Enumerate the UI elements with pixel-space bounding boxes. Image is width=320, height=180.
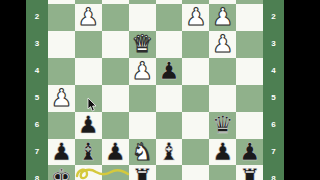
square-g8[interactable] <box>75 165 102 180</box>
rank-label-left-3: 3 <box>26 39 48 49</box>
square-b6[interactable]: ♛ <box>209 112 236 139</box>
piece-white-pawn-g2[interactable]: ♟ <box>78 4 100 31</box>
square-b5[interactable] <box>209 85 236 112</box>
square-b2[interactable]: ♟ <box>209 4 236 31</box>
piece-white-queen-e3[interactable]: ♛ <box>131 31 153 58</box>
square-e6[interactable] <box>129 112 156 139</box>
square-d6[interactable] <box>156 112 183 139</box>
rank-label-right-6: 6 <box>263 120 284 130</box>
square-c4[interactable] <box>182 58 209 85</box>
square-e8[interactable]: ♜ <box>129 165 156 180</box>
rank-label-right-3: 3 <box>263 39 284 49</box>
piece-black-pawn-f7[interactable]: ♟ <box>104 139 126 166</box>
square-h6[interactable] <box>48 112 75 139</box>
square-d5[interactable] <box>156 85 183 112</box>
square-f6[interactable] <box>102 112 129 139</box>
square-g6[interactable]: ♟ <box>75 112 102 139</box>
piece-black-bishop-g7[interactable]: ♝ <box>78 139 100 166</box>
rank-label-left-5: 5 <box>26 93 48 103</box>
rank-label-right-4: 4 <box>263 66 284 76</box>
square-d3[interactable] <box>156 31 183 58</box>
rank-label-right-8: 8 <box>263 174 284 180</box>
square-e3[interactable]: ♛ <box>129 31 156 58</box>
video-frame: 2345678 2345678 ♜♜♚♟♟♟♛♟♟♟♟♟♛♟♝♟♞♝♟♟♚♜♜ <box>0 0 320 180</box>
square-e2[interactable] <box>129 4 156 31</box>
piece-black-pawn-d4[interactable]: ♟ <box>158 58 180 85</box>
square-b7[interactable]: ♟ <box>209 139 236 166</box>
square-d2[interactable] <box>156 4 183 31</box>
square-g5[interactable] <box>75 85 102 112</box>
piece-black-rook-a8[interactable]: ♜ <box>239 165 261 180</box>
square-h8[interactable]: ♚ <box>48 165 75 180</box>
rank-label-left-6: 6 <box>26 120 48 130</box>
square-b4[interactable] <box>209 58 236 85</box>
square-g7[interactable]: ♝ <box>75 139 102 166</box>
square-f5[interactable] <box>102 85 129 112</box>
square-f4[interactable] <box>102 58 129 85</box>
piece-white-pawn-c2[interactable]: ♟ <box>185 4 207 31</box>
rank-label-left-4: 4 <box>26 66 48 76</box>
piece-white-pawn-e4[interactable]: ♟ <box>131 58 153 85</box>
square-h3[interactable] <box>48 31 75 58</box>
square-h7[interactable]: ♟ <box>48 139 75 166</box>
square-f3[interactable] <box>102 31 129 58</box>
square-e4[interactable]: ♟ <box>129 58 156 85</box>
square-h5[interactable]: ♟ <box>48 85 75 112</box>
piece-black-pawn-b7[interactable]: ♟ <box>212 139 234 166</box>
square-c3[interactable] <box>182 31 209 58</box>
square-g4[interactable] <box>75 58 102 85</box>
square-c7[interactable] <box>182 139 209 166</box>
piece-black-king-h8[interactable]: ♚ <box>51 165 73 180</box>
square-c8[interactable] <box>182 165 209 180</box>
rank-label-left-7: 7 <box>26 147 48 157</box>
square-a7[interactable]: ♟ <box>236 139 263 166</box>
piece-white-pawn-b2[interactable]: ♟ <box>212 4 234 31</box>
square-e7[interactable]: ♞ <box>129 139 156 166</box>
piece-black-rook-e8[interactable]: ♜ <box>131 165 153 180</box>
rank-label-right-7: 7 <box>263 147 284 157</box>
square-d4[interactable]: ♟ <box>156 58 183 85</box>
piece-black-pawn-h7[interactable]: ♟ <box>51 139 73 166</box>
square-a4[interactable] <box>236 58 263 85</box>
square-c6[interactable] <box>182 112 209 139</box>
rank-labels-left: 2345678 <box>26 0 48 180</box>
piece-black-queen-b6[interactable]: ♛ <box>212 112 234 139</box>
piece-white-knight-e7[interactable]: ♞ <box>131 139 153 166</box>
square-a5[interactable] <box>236 85 263 112</box>
square-c5[interactable] <box>182 85 209 112</box>
rank-label-right-5: 5 <box>263 93 284 103</box>
square-d8[interactable] <box>156 165 183 180</box>
square-b3[interactable]: ♟ <box>209 31 236 58</box>
piece-white-pawn-h5[interactable]: ♟ <box>51 85 73 112</box>
square-h4[interactable] <box>48 58 75 85</box>
square-a3[interactable] <box>236 31 263 58</box>
square-a6[interactable] <box>236 112 263 139</box>
square-d7[interactable]: ♝ <box>156 139 183 166</box>
chess-board[interactable]: ♜♜♚♟♟♟♛♟♟♟♟♟♛♟♝♟♞♝♟♟♚♜♜ <box>48 0 263 180</box>
square-h2[interactable] <box>48 4 75 31</box>
piece-black-pawn-a7[interactable]: ♟ <box>239 139 261 166</box>
square-g3[interactable] <box>75 31 102 58</box>
piece-black-bishop-d7[interactable]: ♝ <box>158 139 180 166</box>
square-a2[interactable] <box>236 4 263 31</box>
square-g2[interactable]: ♟ <box>75 4 102 31</box>
rank-label-left-8: 8 <box>26 174 48 180</box>
piece-white-pawn-b3[interactable]: ♟ <box>212 31 234 58</box>
rank-labels-right: 2345678 <box>263 0 284 180</box>
square-e5[interactable] <box>129 85 156 112</box>
piece-black-pawn-g6[interactable]: ♟ <box>78 112 100 139</box>
rank-label-left-2: 2 <box>26 12 48 22</box>
square-b8[interactable] <box>209 165 236 180</box>
square-f8[interactable] <box>102 165 129 180</box>
square-f2[interactable] <box>102 4 129 31</box>
square-c2[interactable]: ♟ <box>182 4 209 31</box>
square-a8[interactable]: ♜ <box>236 165 263 180</box>
rank-label-right-2: 2 <box>263 12 284 22</box>
square-f7[interactable]: ♟ <box>102 139 129 166</box>
